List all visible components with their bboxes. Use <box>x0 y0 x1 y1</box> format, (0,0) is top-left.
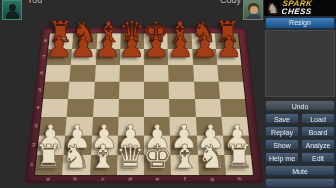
logo-word-chess: CHESS <box>281 8 312 16</box>
mute-button[interactable]: Mute <box>265 165 335 176</box>
piece-red-pawn-d7[interactable]: ♟ <box>119 34 146 64</box>
board-style-button[interactable]: Board Style <box>301 126 335 137</box>
piece-white-bishop-c1[interactable]: ♝ <box>88 140 118 173</box>
piece-white-king-e1[interactable]: ♚ <box>143 140 173 173</box>
move-list-panel <box>265 30 335 97</box>
sidebar: ♞ SPARK CHESS Resign Undo Save Load Repl… <box>264 0 336 188</box>
knight-logo-icon: ♞ <box>267 1 279 16</box>
piece-red-pawn-g7[interactable]: ♟ <box>192 34 219 64</box>
sparkchess-app: You Cody 87654321abcdefgh ♜♞♝♛♚♝♞♜♟♟♟♟♟♟… <box>0 0 336 188</box>
piece-red-pawn-b7[interactable]: ♟ <box>70 34 97 64</box>
piece-white-bishop-f1[interactable]: ♝ <box>170 140 200 173</box>
piece-red-pawn-c7[interactable]: ♟ <box>94 34 121 64</box>
piece-white-queen-d1[interactable]: ♛ <box>116 140 146 173</box>
piece-red-pawn-e7[interactable]: ♟ <box>143 34 170 64</box>
piece-white-knight-b1[interactable]: ♞ <box>61 140 91 173</box>
save-button[interactable]: Save <box>265 113 299 124</box>
piece-white-knight-g1[interactable]: ♞ <box>197 140 227 173</box>
piece-white-rook-h1[interactable]: ♜ <box>224 140 254 173</box>
piece-red-pawn-a7[interactable]: ♟ <box>46 34 73 64</box>
piece-red-pawn-h7[interactable]: ♟ <box>216 34 243 64</box>
partial-button[interactable] <box>265 178 335 188</box>
undo-button[interactable]: Undo <box>265 100 335 111</box>
analyze-button[interactable]: Analyze <box>301 139 335 150</box>
replay-button[interactable]: Replay <box>265 126 299 137</box>
help-me-button[interactable]: Help me <box>265 152 299 163</box>
piece-white-rook-a1[interactable]: ♜ <box>34 140 64 173</box>
show-coach-button[interactable]: Show Coach <box>265 139 299 150</box>
edit-board-button[interactable]: Edit Board <box>301 152 335 163</box>
resign-button[interactable]: Resign <box>265 17 335 29</box>
spark-chess-logo: ♞ SPARK CHESS <box>264 0 336 16</box>
load-button[interactable]: Load <box>301 113 335 124</box>
piece-red-pawn-f7[interactable]: ♟ <box>167 34 194 64</box>
